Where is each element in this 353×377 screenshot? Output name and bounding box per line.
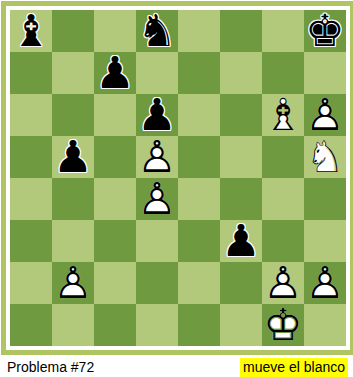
square-a1[interactable] (10, 304, 52, 346)
square-b8[interactable] (52, 10, 94, 52)
piece-glyph: ♞ (136, 10, 178, 52)
square-f1[interactable] (220, 304, 262, 346)
square-e4[interactable] (178, 178, 220, 220)
black-pawn[interactable]: ♟ (136, 94, 178, 136)
square-f7[interactable] (220, 52, 262, 94)
piece-glyph: ♚ (304, 10, 346, 52)
piece-outline: ♙ (304, 262, 346, 304)
square-e8[interactable] (178, 10, 220, 52)
piece-glyph: ♟ (220, 220, 262, 262)
chess-board: ♝♞♚♟♟♝♗♟♙♟♟♙♞♘♟♙♟♟♙♟♙♟♙♚♔ (10, 10, 346, 346)
square-g1[interactable]: ♚♔ (262, 304, 304, 346)
white-pawn[interactable]: ♟♙ (262, 262, 304, 304)
square-g8[interactable] (262, 10, 304, 52)
square-e2[interactable] (178, 262, 220, 304)
square-d4[interactable]: ♟♙ (136, 178, 178, 220)
white-bishop[interactable]: ♝♗ (262, 94, 304, 136)
piece-glyph: ♟ (52, 136, 94, 178)
square-g6[interactable]: ♝♗ (262, 94, 304, 136)
square-f4[interactable] (220, 178, 262, 220)
black-pawn[interactable]: ♟ (94, 52, 136, 94)
piece-outline: ♙ (136, 178, 178, 220)
chess-problem-page: ♝♞♚♟♟♝♗♟♙♟♟♙♞♘♟♙♟♟♙♟♙♟♙♚♔ Problema #72 m… (0, 0, 353, 377)
square-h2[interactable]: ♟♙ (304, 262, 346, 304)
square-e6[interactable] (178, 94, 220, 136)
square-g7[interactable] (262, 52, 304, 94)
square-c7[interactable]: ♟ (94, 52, 136, 94)
square-d5[interactable]: ♟♙ (136, 136, 178, 178)
square-f8[interactable] (220, 10, 262, 52)
white-knight[interactable]: ♞♘ (304, 136, 346, 178)
square-f3[interactable]: ♟ (220, 220, 262, 262)
square-g5[interactable] (262, 136, 304, 178)
piece-outline: ♙ (262, 262, 304, 304)
square-a7[interactable] (10, 52, 52, 94)
square-a2[interactable] (10, 262, 52, 304)
square-b7[interactable] (52, 52, 94, 94)
square-b4[interactable] (52, 178, 94, 220)
piece-outline: ♙ (136, 136, 178, 178)
square-h1[interactable] (304, 304, 346, 346)
square-d1[interactable] (136, 304, 178, 346)
square-c4[interactable] (94, 178, 136, 220)
square-e3[interactable] (178, 220, 220, 262)
square-e1[interactable] (178, 304, 220, 346)
square-h6[interactable]: ♟♙ (304, 94, 346, 136)
square-f5[interactable] (220, 136, 262, 178)
square-a6[interactable] (10, 94, 52, 136)
black-king[interactable]: ♚ (304, 10, 346, 52)
square-a4[interactable] (10, 178, 52, 220)
square-d2[interactable] (136, 262, 178, 304)
white-pawn[interactable]: ♟♙ (304, 262, 346, 304)
square-c3[interactable] (94, 220, 136, 262)
square-f6[interactable] (220, 94, 262, 136)
square-e5[interactable] (178, 136, 220, 178)
problem-number-label: Problema #72 (7, 358, 94, 375)
white-pawn[interactable]: ♟♙ (136, 136, 178, 178)
square-c1[interactable] (94, 304, 136, 346)
caption-bar: Problema #72 mueve el blanco (0, 355, 353, 377)
square-d6[interactable]: ♟ (136, 94, 178, 136)
square-a5[interactable] (10, 136, 52, 178)
square-h5[interactable]: ♞♘ (304, 136, 346, 178)
square-c5[interactable] (94, 136, 136, 178)
white-pawn[interactable]: ♟♙ (136, 178, 178, 220)
white-king[interactable]: ♚♔ (262, 304, 304, 346)
square-h3[interactable] (304, 220, 346, 262)
square-b6[interactable] (52, 94, 94, 136)
piece-glyph: ♟ (136, 94, 178, 136)
square-d8[interactable]: ♞ (136, 10, 178, 52)
piece-outline: ♙ (52, 262, 94, 304)
square-g2[interactable]: ♟♙ (262, 262, 304, 304)
square-c2[interactable] (94, 262, 136, 304)
square-d7[interactable] (136, 52, 178, 94)
square-b2[interactable]: ♟♙ (52, 262, 94, 304)
black-pawn[interactable]: ♟ (220, 220, 262, 262)
square-h8[interactable]: ♚ (304, 10, 346, 52)
square-f2[interactable] (220, 262, 262, 304)
square-g4[interactable] (262, 178, 304, 220)
piece-outline: ♘ (304, 136, 346, 178)
black-knight[interactable]: ♞ (136, 10, 178, 52)
black-pawn[interactable]: ♟ (52, 136, 94, 178)
piece-outline: ♙ (304, 94, 346, 136)
square-b1[interactable] (52, 304, 94, 346)
square-c6[interactable] (94, 94, 136, 136)
side-to-move-label: mueve el blanco (240, 358, 348, 377)
white-pawn[interactable]: ♟♙ (304, 94, 346, 136)
board-frame: ♝♞♚♟♟♝♗♟♙♟♟♙♞♘♟♙♟♟♙♟♙♟♙♚♔ (6, 6, 350, 350)
piece-glyph: ♝ (10, 10, 52, 52)
square-d3[interactable] (136, 220, 178, 262)
piece-glyph: ♟ (94, 52, 136, 94)
board-border: ♝♞♚♟♟♝♗♟♙♟♟♙♞♘♟♙♟♟♙♟♙♟♙♚♔ (1, 1, 353, 355)
square-b3[interactable] (52, 220, 94, 262)
square-a3[interactable] (10, 220, 52, 262)
square-b5[interactable]: ♟ (52, 136, 94, 178)
white-pawn[interactable]: ♟♙ (52, 262, 94, 304)
square-h4[interactable] (304, 178, 346, 220)
piece-outline: ♗ (262, 94, 304, 136)
square-c8[interactable] (94, 10, 136, 52)
square-e7[interactable] (178, 52, 220, 94)
square-g3[interactable] (262, 220, 304, 262)
square-a8[interactable]: ♝ (10, 10, 52, 52)
black-bishop[interactable]: ♝ (10, 10, 52, 52)
piece-outline: ♔ (262, 304, 304, 346)
square-h7[interactable] (304, 52, 346, 94)
